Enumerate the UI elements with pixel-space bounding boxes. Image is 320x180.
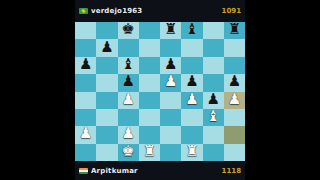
square-f1[interactable]: ♜ <box>181 144 202 161</box>
square-g5[interactable] <box>203 74 224 91</box>
black-bishop[interactable]: ♝ <box>185 22 198 37</box>
white-pawn[interactable]: ♟ <box>228 92 241 107</box>
bottom-player-bar: Arpitkumar 1118 <box>75 161 245 180</box>
square-c3[interactable] <box>118 109 139 126</box>
square-c4[interactable]: ♟ <box>118 92 139 109</box>
black-rook[interactable]: ♜ <box>228 22 241 37</box>
square-a1[interactable] <box>75 144 96 161</box>
square-a8[interactable] <box>75 22 96 39</box>
square-c7[interactable] <box>118 39 139 56</box>
square-d1[interactable]: ♜ <box>139 144 160 161</box>
square-g8[interactable] <box>203 22 224 39</box>
white-pawn[interactable]: ♟ <box>79 126 92 141</box>
square-f2[interactable] <box>181 126 202 143</box>
square-e6[interactable]: ♟ <box>160 57 181 74</box>
square-e3[interactable] <box>160 109 181 126</box>
black-pawn[interactable]: ♟ <box>206 92 219 107</box>
square-h3[interactable] <box>224 109 245 126</box>
square-c6[interactable]: ♝ <box>118 57 139 74</box>
video-frame: verdejo1963 1091 ♚♜♝♜♟♟♝♟♟♟♟♟♟♟♟♟♝♟♟♚♜♜ … <box>0 0 320 180</box>
square-h1[interactable] <box>224 144 245 161</box>
black-pawn[interactable]: ♟ <box>164 57 177 72</box>
white-rook[interactable]: ♜ <box>143 144 156 159</box>
square-a3[interactable] <box>75 109 96 126</box>
square-d5[interactable] <box>139 74 160 91</box>
square-c1[interactable]: ♚ <box>118 144 139 161</box>
square-a2[interactable]: ♟ <box>75 126 96 143</box>
square-b7[interactable]: ♟ <box>96 39 117 56</box>
square-d7[interactable] <box>139 39 160 56</box>
square-h8[interactable]: ♜ <box>224 22 245 39</box>
square-e5[interactable]: ♟ <box>160 74 181 91</box>
square-b1[interactable] <box>96 144 117 161</box>
square-a7[interactable] <box>75 39 96 56</box>
black-pawn[interactable]: ♟ <box>185 74 198 89</box>
white-rook[interactable]: ♜ <box>185 144 198 159</box>
top-player-rating: 1091 <box>222 7 241 15</box>
square-h5[interactable]: ♟ <box>224 74 245 91</box>
square-e1[interactable] <box>160 144 181 161</box>
white-pawn[interactable]: ♟ <box>121 126 134 141</box>
white-pawn[interactable]: ♟ <box>164 74 177 89</box>
square-c5[interactable]: ♟ <box>118 74 139 91</box>
bottom-player-name: Arpitkumar <box>91 167 219 175</box>
square-c8[interactable]: ♚ <box>118 22 139 39</box>
square-h2[interactable] <box>224 126 245 143</box>
square-a6[interactable]: ♟ <box>75 57 96 74</box>
square-g1[interactable] <box>203 144 224 161</box>
square-g3[interactable]: ♝ <box>203 109 224 126</box>
black-pawn[interactable]: ♟ <box>121 74 134 89</box>
white-pawn[interactable]: ♟ <box>185 92 198 107</box>
square-f4[interactable]: ♟ <box>181 92 202 109</box>
bottom-player-rating: 1118 <box>222 167 241 175</box>
square-d3[interactable] <box>139 109 160 126</box>
chess-board[interactable]: ♚♜♝♜♟♟♝♟♟♟♟♟♟♟♟♟♝♟♟♚♜♜ <box>75 22 245 161</box>
square-b4[interactable] <box>96 92 117 109</box>
square-h4[interactable]: ♟ <box>224 92 245 109</box>
top-player-name: verdejo1963 <box>91 7 219 15</box>
top-player-bar: verdejo1963 1091 <box>75 0 245 22</box>
square-d2[interactable] <box>139 126 160 143</box>
brazil-flag-icon <box>79 8 88 14</box>
square-d6[interactable] <box>139 57 160 74</box>
white-bishop[interactable]: ♝ <box>206 109 219 124</box>
black-pawn[interactable]: ♟ <box>100 40 113 55</box>
square-c2[interactable]: ♟ <box>118 126 139 143</box>
square-e7[interactable] <box>160 39 181 56</box>
black-king[interactable]: ♚ <box>121 22 134 37</box>
square-d4[interactable] <box>139 92 160 109</box>
square-f6[interactable] <box>181 57 202 74</box>
square-f7[interactable] <box>181 39 202 56</box>
square-d8[interactable] <box>139 22 160 39</box>
game-strip: verdejo1963 1091 ♚♜♝♜♟♟♝♟♟♟♟♟♟♟♟♟♝♟♟♚♜♜ … <box>75 0 245 180</box>
square-e8[interactable]: ♜ <box>160 22 181 39</box>
square-e2[interactable] <box>160 126 181 143</box>
india-flag-icon <box>79 168 88 174</box>
square-h6[interactable] <box>224 57 245 74</box>
black-rook[interactable]: ♜ <box>164 22 177 37</box>
black-bishop[interactable]: ♝ <box>121 57 134 72</box>
square-b6[interactable] <box>96 57 117 74</box>
square-a4[interactable] <box>75 92 96 109</box>
white-king[interactable]: ♚ <box>121 144 134 159</box>
square-h7[interactable] <box>224 39 245 56</box>
square-g7[interactable] <box>203 39 224 56</box>
white-pawn[interactable]: ♟ <box>121 92 134 107</box>
square-b2[interactable] <box>96 126 117 143</box>
black-pawn[interactable]: ♟ <box>228 74 241 89</box>
square-b3[interactable] <box>96 109 117 126</box>
square-g6[interactable] <box>203 57 224 74</box>
square-a5[interactable] <box>75 74 96 91</box>
square-e4[interactable] <box>160 92 181 109</box>
square-g2[interactable] <box>203 126 224 143</box>
square-b5[interactable] <box>96 74 117 91</box>
square-f8[interactable]: ♝ <box>181 22 202 39</box>
square-f5[interactable]: ♟ <box>181 74 202 91</box>
square-g4[interactable]: ♟ <box>203 92 224 109</box>
square-f3[interactable] <box>181 109 202 126</box>
square-b8[interactable] <box>96 22 117 39</box>
black-pawn[interactable]: ♟ <box>79 57 92 72</box>
